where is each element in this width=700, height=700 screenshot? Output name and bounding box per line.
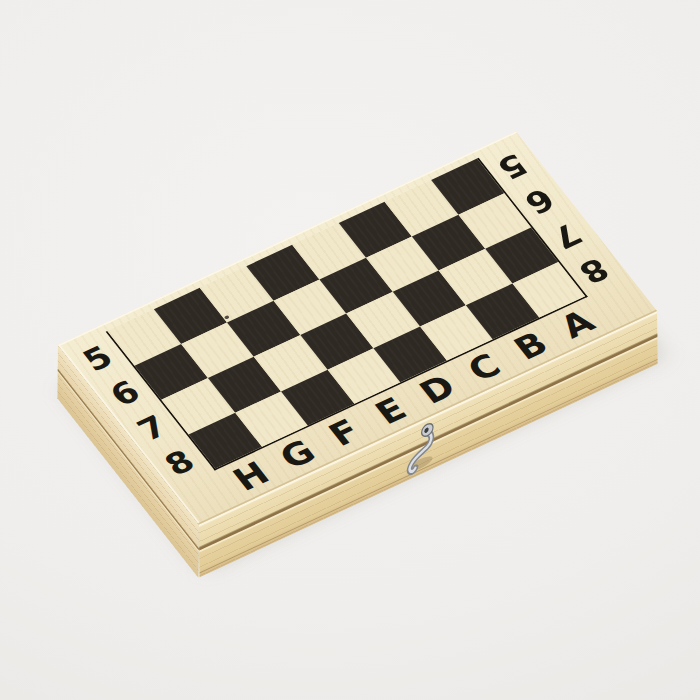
product-photo-scene: 56785678HGFEDCBA <box>0 0 700 700</box>
